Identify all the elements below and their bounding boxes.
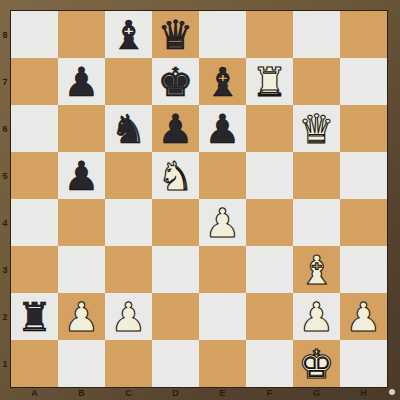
square-h4[interactable]	[340, 199, 387, 246]
rank-label-7: 7	[0, 58, 10, 105]
piece-white-pawn-g2[interactable]: ♟	[293, 293, 340, 340]
rank-label-2: 2	[0, 293, 10, 340]
square-d4[interactable]	[152, 199, 199, 246]
square-b1[interactable]	[58, 340, 105, 387]
square-b2[interactable]: ♟	[58, 293, 105, 340]
square-c6[interactable]: ♞	[105, 105, 152, 152]
square-g4[interactable]	[293, 199, 340, 246]
piece-black-king-d7[interactable]: ♚	[152, 58, 199, 105]
square-b7[interactable]: ♟	[58, 58, 105, 105]
square-d5[interactable]: ♞	[152, 152, 199, 199]
square-g5[interactable]	[293, 152, 340, 199]
square-h1[interactable]	[340, 340, 387, 387]
piece-black-bishop-e7[interactable]: ♝	[199, 58, 246, 105]
square-g8[interactable]	[293, 11, 340, 58]
square-c2[interactable]: ♟	[105, 293, 152, 340]
piece-white-queen-g6[interactable]: ♛	[293, 105, 340, 152]
square-g6[interactable]: ♛	[293, 105, 340, 152]
square-c3[interactable]	[105, 246, 152, 293]
piece-white-pawn-e4[interactable]: ♟	[199, 199, 246, 246]
piece-black-pawn-d6[interactable]: ♟	[152, 105, 199, 152]
square-e7[interactable]: ♝	[199, 58, 246, 105]
file-label-f: F	[246, 387, 293, 400]
piece-black-knight-c6[interactable]: ♞	[105, 105, 152, 152]
side-to-move-dot	[389, 389, 395, 395]
square-h8[interactable]	[340, 11, 387, 58]
square-a8[interactable]	[11, 11, 58, 58]
square-g7[interactable]	[293, 58, 340, 105]
square-g3[interactable]: ♝	[293, 246, 340, 293]
square-e6[interactable]: ♟	[199, 105, 246, 152]
square-c8[interactable]: ♝	[105, 11, 152, 58]
rank-labels: 87654321	[0, 11, 10, 387]
rank-label-3: 3	[0, 246, 10, 293]
square-b3[interactable]	[58, 246, 105, 293]
piece-black-queen-d8[interactable]: ♛	[152, 11, 199, 58]
square-a6[interactable]	[11, 105, 58, 152]
square-f1[interactable]	[246, 340, 293, 387]
square-g2[interactable]: ♟	[293, 293, 340, 340]
file-label-d: D	[152, 387, 199, 400]
square-c1[interactable]	[105, 340, 152, 387]
file-label-b: B	[58, 387, 105, 400]
square-d8[interactable]: ♛	[152, 11, 199, 58]
square-f8[interactable]	[246, 11, 293, 58]
square-f3[interactable]	[246, 246, 293, 293]
piece-white-pawn-h2[interactable]: ♟	[340, 293, 387, 340]
square-f4[interactable]	[246, 199, 293, 246]
file-labels: ABCDEFGH	[11, 387, 387, 400]
square-c5[interactable]	[105, 152, 152, 199]
file-label-a: A	[11, 387, 58, 400]
square-d7[interactable]: ♚	[152, 58, 199, 105]
square-h7[interactable]	[340, 58, 387, 105]
square-d2[interactable]	[152, 293, 199, 340]
square-f2[interactable]	[246, 293, 293, 340]
piece-white-king-g1[interactable]: ♚	[293, 340, 340, 387]
square-g1[interactable]: ♚	[293, 340, 340, 387]
square-h5[interactable]	[340, 152, 387, 199]
piece-white-rook-f7[interactable]: ♜	[246, 58, 293, 105]
square-e3[interactable]	[199, 246, 246, 293]
square-h6[interactable]	[340, 105, 387, 152]
square-c4[interactable]	[105, 199, 152, 246]
square-f7[interactable]: ♜	[246, 58, 293, 105]
rank-label-6: 6	[0, 105, 10, 152]
piece-white-bishop-g3[interactable]: ♝	[293, 246, 340, 293]
square-f5[interactable]	[246, 152, 293, 199]
piece-black-bishop-c8[interactable]: ♝	[105, 11, 152, 58]
piece-white-pawn-b2[interactable]: ♟	[58, 293, 105, 340]
square-e1[interactable]	[199, 340, 246, 387]
square-b4[interactable]	[58, 199, 105, 246]
square-f6[interactable]	[246, 105, 293, 152]
piece-white-pawn-c2[interactable]: ♟	[105, 293, 152, 340]
square-a3[interactable]	[11, 246, 58, 293]
square-e8[interactable]	[199, 11, 246, 58]
chess-board-frame: ♝♛♟♚♝♜♞♟♟♛♟♞♟♝♜♟♟♟♟♚ 87654321 ABCDEFGH	[0, 0, 400, 400]
file-label-e: E	[199, 387, 246, 400]
square-e4[interactable]: ♟	[199, 199, 246, 246]
rank-label-5: 5	[0, 152, 10, 199]
square-e5[interactable]	[199, 152, 246, 199]
square-d1[interactable]	[152, 340, 199, 387]
square-a5[interactable]	[11, 152, 58, 199]
rank-label-4: 4	[0, 199, 10, 246]
square-b5[interactable]: ♟	[58, 152, 105, 199]
file-label-h: H	[340, 387, 387, 400]
square-a2[interactable]: ♜	[11, 293, 58, 340]
square-d6[interactable]: ♟	[152, 105, 199, 152]
rank-label-1: 1	[0, 340, 10, 387]
file-label-g: G	[293, 387, 340, 400]
piece-black-pawn-e6[interactable]: ♟	[199, 105, 246, 152]
square-a7[interactable]	[11, 58, 58, 105]
square-h3[interactable]	[340, 246, 387, 293]
piece-black-pawn-b7[interactable]: ♟	[58, 58, 105, 105]
square-b6[interactable]	[58, 105, 105, 152]
square-a4[interactable]	[11, 199, 58, 246]
square-a1[interactable]	[11, 340, 58, 387]
rank-label-8: 8	[0, 11, 10, 58]
square-c7[interactable]	[105, 58, 152, 105]
square-b8[interactable]	[58, 11, 105, 58]
piece-white-knight-d5[interactable]: ♞	[152, 152, 199, 199]
file-label-c: C	[105, 387, 152, 400]
square-e2[interactable]	[199, 293, 246, 340]
square-d3[interactable]	[152, 246, 199, 293]
piece-black-rook-a2[interactable]: ♜	[11, 293, 58, 340]
square-h2[interactable]: ♟	[340, 293, 387, 340]
chess-board: ♝♛♟♚♝♜♞♟♟♛♟♞♟♝♜♟♟♟♟♚	[10, 10, 388, 388]
piece-black-pawn-b5[interactable]: ♟	[58, 152, 105, 199]
